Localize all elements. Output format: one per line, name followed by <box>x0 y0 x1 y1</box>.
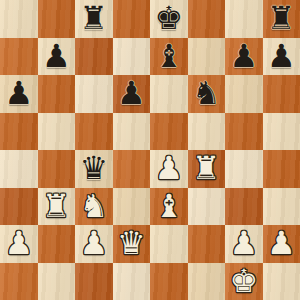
square-a5[interactable] <box>0 113 38 151</box>
square-d3[interactable] <box>113 188 151 226</box>
square-d6[interactable]: ♟ <box>113 75 151 113</box>
square-g7[interactable]: ♟ <box>225 38 263 76</box>
square-c5[interactable] <box>75 113 113 151</box>
black-rook[interactable]: ♜ <box>79 0 108 38</box>
white-pawn[interactable]: ♟ <box>79 225 108 263</box>
square-e5[interactable] <box>150 113 188 151</box>
white-king[interactable]: ♚ <box>229 263 258 300</box>
square-g3[interactable] <box>225 188 263 226</box>
black-king[interactable]: ♚ <box>154 0 183 38</box>
square-c8[interactable]: ♜ <box>75 0 113 38</box>
square-b4[interactable] <box>38 150 76 188</box>
square-h3[interactable] <box>263 188 301 226</box>
square-a1[interactable] <box>0 263 38 300</box>
square-e7[interactable]: ♝ <box>150 38 188 76</box>
square-f2[interactable] <box>188 225 226 263</box>
square-h5[interactable] <box>263 113 301 151</box>
square-g8[interactable] <box>225 0 263 38</box>
square-a6[interactable]: ♟ <box>0 75 38 113</box>
square-a4[interactable] <box>0 150 38 188</box>
white-queen[interactable]: ♛ <box>117 225 146 263</box>
white-rook[interactable]: ♜ <box>42 188 71 226</box>
square-b6[interactable] <box>38 75 76 113</box>
white-pawn[interactable]: ♟ <box>154 150 183 188</box>
square-g2[interactable]: ♟ <box>225 225 263 263</box>
square-b2[interactable] <box>38 225 76 263</box>
square-f4[interactable]: ♜ <box>188 150 226 188</box>
square-d1[interactable] <box>113 263 151 300</box>
square-h2[interactable]: ♟ <box>263 225 301 263</box>
white-rook[interactable]: ♜ <box>192 150 221 188</box>
square-c4[interactable]: ♛ <box>75 150 113 188</box>
square-h6[interactable] <box>263 75 301 113</box>
square-a3[interactable] <box>0 188 38 226</box>
square-f3[interactable] <box>188 188 226 226</box>
square-g5[interactable] <box>225 113 263 151</box>
square-h1[interactable] <box>263 263 301 300</box>
square-f8[interactable] <box>188 0 226 38</box>
square-h4[interactable] <box>263 150 301 188</box>
square-e2[interactable] <box>150 225 188 263</box>
square-f6[interactable]: ♞ <box>188 75 226 113</box>
white-knight[interactable]: ♞ <box>79 188 108 226</box>
black-pawn[interactable]: ♟ <box>117 75 146 113</box>
black-rook[interactable]: ♜ <box>267 0 296 38</box>
black-knight[interactable]: ♞ <box>192 75 221 113</box>
chess-board: ♜♚♜♟♝♟♟♟♟♞♛♟♜♜♞♝♟♟♛♟♟♚ <box>0 0 300 300</box>
square-c6[interactable] <box>75 75 113 113</box>
square-d5[interactable] <box>113 113 151 151</box>
black-pawn[interactable]: ♟ <box>229 38 258 76</box>
square-a2[interactable]: ♟ <box>0 225 38 263</box>
black-bishop[interactable]: ♝ <box>154 38 183 76</box>
square-c3[interactable]: ♞ <box>75 188 113 226</box>
square-c7[interactable] <box>75 38 113 76</box>
square-e8[interactable]: ♚ <box>150 0 188 38</box>
white-pawn[interactable]: ♟ <box>267 225 296 263</box>
square-f5[interactable] <box>188 113 226 151</box>
square-e4[interactable]: ♟ <box>150 150 188 188</box>
square-g6[interactable] <box>225 75 263 113</box>
square-h8[interactable]: ♜ <box>263 0 301 38</box>
square-d2[interactable]: ♛ <box>113 225 151 263</box>
black-queen[interactable]: ♛ <box>79 150 108 188</box>
square-c2[interactable]: ♟ <box>75 225 113 263</box>
square-b8[interactable] <box>38 0 76 38</box>
square-g4[interactable] <box>225 150 263 188</box>
square-e1[interactable] <box>150 263 188 300</box>
black-pawn[interactable]: ♟ <box>267 38 296 76</box>
square-b1[interactable] <box>38 263 76 300</box>
white-pawn[interactable]: ♟ <box>229 225 258 263</box>
square-d4[interactable] <box>113 150 151 188</box>
square-b5[interactable] <box>38 113 76 151</box>
square-c1[interactable] <box>75 263 113 300</box>
square-b3[interactable]: ♜ <box>38 188 76 226</box>
square-e3[interactable]: ♝ <box>150 188 188 226</box>
white-bishop[interactable]: ♝ <box>154 188 183 226</box>
square-h7[interactable]: ♟ <box>263 38 301 76</box>
square-d7[interactable] <box>113 38 151 76</box>
square-f7[interactable] <box>188 38 226 76</box>
black-pawn[interactable]: ♟ <box>42 38 71 76</box>
square-g1[interactable]: ♚ <box>225 263 263 300</box>
square-f1[interactable] <box>188 263 226 300</box>
chess-app: ♜♚♜♟♝♟♟♟♟♞♛♟♜♜♞♝♟♟♛♟♟♚ <box>0 0 300 300</box>
white-pawn[interactable]: ♟ <box>4 225 33 263</box>
square-e6[interactable] <box>150 75 188 113</box>
square-d8[interactable] <box>113 0 151 38</box>
black-pawn[interactable]: ♟ <box>4 75 33 113</box>
square-b7[interactable]: ♟ <box>38 38 76 76</box>
square-a8[interactable] <box>0 0 38 38</box>
square-a7[interactable] <box>0 38 38 76</box>
